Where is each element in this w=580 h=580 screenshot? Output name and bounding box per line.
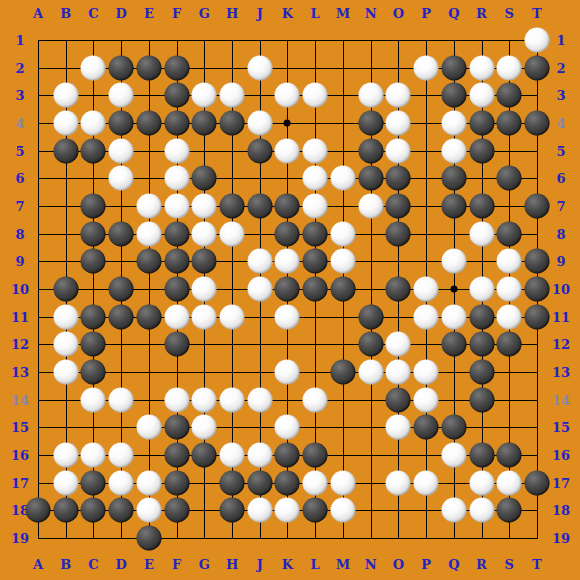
row-label-left: 16 (11, 448, 29, 463)
stone-black-K8 (275, 221, 300, 246)
stone-black-G4 (192, 111, 217, 136)
stone-black-C8 (81, 221, 106, 246)
stone-black-C13 (81, 360, 106, 385)
stone-black-L16 (303, 443, 328, 468)
stone-white-N7 (358, 194, 383, 219)
stone-black-F15 (164, 415, 189, 440)
row-label-right: 11 (552, 309, 570, 324)
row-label-right: 18 (552, 503, 570, 518)
stone-white-S17 (497, 470, 522, 495)
stone-black-F2 (164, 55, 189, 80)
stone-white-O13 (386, 360, 411, 385)
stone-white-O3 (386, 83, 411, 108)
stone-black-O14 (386, 387, 411, 412)
stone-white-B16 (53, 443, 78, 468)
stone-white-M6 (330, 166, 355, 191)
stone-black-S3 (497, 83, 522, 108)
stone-black-L8 (303, 221, 328, 246)
stone-white-C4 (81, 111, 106, 136)
column-label-top: P (421, 6, 431, 21)
stone-white-B11 (53, 304, 78, 329)
stone-white-R2 (469, 55, 494, 80)
row-label-right: 2 (556, 60, 565, 75)
stone-black-F18 (164, 498, 189, 523)
stone-black-F17 (164, 470, 189, 495)
stone-white-M9 (330, 249, 355, 274)
column-label-top: R (476, 6, 487, 21)
stone-black-O8 (386, 221, 411, 246)
stone-black-G16 (192, 443, 217, 468)
stone-white-R17 (469, 470, 494, 495)
stone-white-J9 (247, 249, 272, 274)
stone-white-S11 (497, 304, 522, 329)
stone-black-F9 (164, 249, 189, 274)
row-label-right: 10 (552, 282, 570, 297)
stone-white-E18 (136, 498, 161, 523)
stone-white-Q11 (441, 304, 466, 329)
column-label-top: J (257, 6, 263, 21)
row-label-right: 5 (556, 143, 565, 158)
column-label-bottom: K (282, 557, 293, 572)
stone-white-K3 (275, 83, 300, 108)
stone-white-G3 (192, 83, 217, 108)
stone-black-F12 (164, 332, 189, 357)
column-label-top: B (60, 6, 71, 21)
stone-white-J14 (247, 387, 272, 412)
stone-black-O10 (386, 277, 411, 302)
row-label-right: 12 (552, 337, 570, 352)
stone-black-S12 (497, 332, 522, 357)
stone-white-O15 (386, 415, 411, 440)
column-label-bottom: O (393, 557, 404, 572)
stone-black-H18 (220, 498, 245, 523)
stone-white-K11 (275, 304, 300, 329)
stone-white-F5 (164, 138, 189, 163)
stone-black-C12 (81, 332, 106, 357)
column-label-top: G (199, 6, 210, 21)
stone-white-G7 (192, 194, 217, 219)
stone-white-S9 (497, 249, 522, 274)
row-label-left: 10 (11, 282, 29, 297)
column-label-bottom: R (476, 557, 487, 572)
stone-white-S10 (497, 277, 522, 302)
stone-black-Q12 (441, 332, 466, 357)
stone-black-M13 (330, 360, 355, 385)
stone-black-L9 (303, 249, 328, 274)
column-label-top: O (393, 6, 404, 21)
stone-black-F3 (164, 83, 189, 108)
stone-white-E15 (136, 415, 161, 440)
stone-black-H4 (220, 111, 245, 136)
stone-white-P14 (414, 387, 439, 412)
stone-white-B4 (53, 111, 78, 136)
stone-white-J16 (247, 443, 272, 468)
stone-black-B10 (53, 277, 78, 302)
column-label-top: A (33, 6, 43, 21)
stone-white-P10 (414, 277, 439, 302)
row-label-left: 14 (11, 392, 29, 407)
stone-white-D5 (109, 138, 134, 163)
stone-black-T2 (524, 55, 549, 80)
column-label-bottom: J (257, 557, 263, 572)
stone-white-Q18 (441, 498, 466, 523)
stone-black-Q2 (441, 55, 466, 80)
stone-black-S18 (497, 498, 522, 523)
stone-white-S2 (497, 55, 522, 80)
go-board[interactable]: AABBCCDDEEFFGGHHJJKKLLMMNNOOPPQQRRSSTT11… (0, 0, 580, 580)
stone-white-L3 (303, 83, 328, 108)
column-label-bottom: F (172, 557, 181, 572)
stone-white-L7 (303, 194, 328, 219)
stone-black-L10 (303, 277, 328, 302)
stone-black-G6 (192, 166, 217, 191)
row-label-right: 8 (556, 226, 565, 241)
stone-black-C18 (81, 498, 106, 523)
stone-black-R5 (469, 138, 494, 163)
stone-black-Q6 (441, 166, 466, 191)
stone-black-C11 (81, 304, 106, 329)
stone-white-Q9 (441, 249, 466, 274)
stone-black-N11 (358, 304, 383, 329)
stone-white-N3 (358, 83, 383, 108)
row-label-left: 8 (15, 226, 24, 241)
stone-black-K17 (275, 470, 300, 495)
stone-white-J2 (247, 55, 272, 80)
stone-white-B13 (53, 360, 78, 385)
row-label-right: 13 (552, 365, 570, 380)
stone-white-H14 (220, 387, 245, 412)
stone-black-E19 (136, 526, 161, 551)
row-label-right: 1 (556, 33, 565, 48)
row-label-right: 16 (552, 448, 570, 463)
stone-black-L18 (303, 498, 328, 523)
row-label-right: 14 (552, 392, 570, 407)
stone-black-P15 (414, 415, 439, 440)
column-label-bottom: T (532, 557, 542, 572)
column-label-top: C (88, 6, 98, 21)
stone-white-G8 (192, 221, 217, 246)
column-label-bottom: Q (448, 557, 459, 572)
stone-white-F14 (164, 387, 189, 412)
row-label-left: 3 (15, 88, 24, 103)
stone-black-E9 (136, 249, 161, 274)
stone-black-K7 (275, 194, 300, 219)
stone-white-R8 (469, 221, 494, 246)
stone-black-C9 (81, 249, 106, 274)
stone-white-F11 (164, 304, 189, 329)
stone-black-F4 (164, 111, 189, 136)
stone-white-E8 (136, 221, 161, 246)
stone-black-E4 (136, 111, 161, 136)
stone-black-K16 (275, 443, 300, 468)
row-label-right: 9 (556, 254, 565, 269)
stone-black-F10 (164, 277, 189, 302)
stone-white-H16 (220, 443, 245, 468)
stone-black-N6 (358, 166, 383, 191)
stone-black-T4 (524, 111, 549, 136)
stone-white-G10 (192, 277, 217, 302)
stone-black-C5 (81, 138, 106, 163)
row-label-right: 4 (556, 116, 565, 131)
stone-white-J18 (247, 498, 272, 523)
column-label-top: F (172, 6, 181, 21)
stone-white-Q5 (441, 138, 466, 163)
stone-white-B3 (53, 83, 78, 108)
row-label-right: 7 (556, 199, 565, 214)
stone-black-R14 (469, 387, 494, 412)
column-label-top: K (282, 6, 293, 21)
stone-black-D2 (109, 55, 134, 80)
stone-white-Q16 (441, 443, 466, 468)
row-label-left: 7 (15, 199, 24, 214)
stone-white-T1 (524, 28, 549, 53)
stone-white-H11 (220, 304, 245, 329)
row-label-left: 19 (11, 531, 29, 546)
stone-black-T7 (524, 194, 549, 219)
column-label-top: N (365, 6, 377, 21)
stone-black-Q3 (441, 83, 466, 108)
row-label-left: 4 (15, 116, 24, 131)
column-label-bottom: L (311, 557, 320, 572)
stone-white-O17 (386, 470, 411, 495)
stone-white-O12 (386, 332, 411, 357)
stone-white-K5 (275, 138, 300, 163)
stone-white-G11 (192, 304, 217, 329)
grid-vline (38, 40, 39, 539)
stone-black-Q15 (441, 415, 466, 440)
stone-black-R4 (469, 111, 494, 136)
stone-white-E17 (136, 470, 161, 495)
stone-white-D14 (109, 387, 134, 412)
stone-white-C16 (81, 443, 106, 468)
stone-black-R11 (469, 304, 494, 329)
row-label-right: 6 (556, 171, 565, 186)
stone-black-D11 (109, 304, 134, 329)
column-label-bottom: E (144, 557, 154, 572)
column-label-top: H (226, 6, 238, 21)
stone-black-J7 (247, 194, 272, 219)
column-label-bottom: D (116, 557, 127, 572)
stone-white-P2 (414, 55, 439, 80)
stone-white-R3 (469, 83, 494, 108)
stone-white-L6 (303, 166, 328, 191)
stone-white-E7 (136, 194, 161, 219)
stone-black-D8 (109, 221, 134, 246)
column-label-bottom: G (199, 557, 210, 572)
column-label-bottom: M (336, 557, 350, 572)
row-label-left: 12 (11, 337, 29, 352)
stone-black-N12 (358, 332, 383, 357)
stone-black-R12 (469, 332, 494, 357)
stone-white-O4 (386, 111, 411, 136)
row-label-left: 5 (15, 143, 24, 158)
column-label-top: T (532, 6, 542, 21)
stone-black-E11 (136, 304, 161, 329)
stone-white-D6 (109, 166, 134, 191)
column-label-top: D (116, 6, 127, 21)
stone-white-M18 (330, 498, 355, 523)
stone-black-F16 (164, 443, 189, 468)
stone-white-F7 (164, 194, 189, 219)
column-label-top: Q (448, 6, 459, 21)
stone-black-N5 (358, 138, 383, 163)
stone-white-C14 (81, 387, 106, 412)
row-label-right: 3 (556, 88, 565, 103)
stone-white-M17 (330, 470, 355, 495)
stone-black-F8 (164, 221, 189, 246)
stone-white-J4 (247, 111, 272, 136)
column-label-top: L (311, 6, 320, 21)
stone-white-D3 (109, 83, 134, 108)
stone-black-A18 (26, 498, 51, 523)
stone-black-R7 (469, 194, 494, 219)
stone-white-G15 (192, 415, 217, 440)
row-label-left: 11 (11, 309, 29, 324)
stone-black-T10 (524, 277, 549, 302)
stone-black-H7 (220, 194, 245, 219)
stone-white-K18 (275, 498, 300, 523)
stone-white-P13 (414, 360, 439, 385)
stone-white-K9 (275, 249, 300, 274)
stone-white-J10 (247, 277, 272, 302)
row-label-left: 6 (15, 171, 24, 186)
column-label-top: M (336, 6, 350, 21)
stone-black-T9 (524, 249, 549, 274)
stone-black-D10 (109, 277, 134, 302)
stone-white-L14 (303, 387, 328, 412)
stone-white-C2 (81, 55, 106, 80)
stone-black-J5 (247, 138, 272, 163)
stone-white-O5 (386, 138, 411, 163)
row-label-left: 13 (11, 365, 29, 380)
column-label-bottom: A (33, 557, 43, 572)
row-label-right: 17 (552, 475, 570, 490)
stone-black-R13 (469, 360, 494, 385)
stone-black-T11 (524, 304, 549, 329)
row-label-right: 19 (552, 531, 570, 546)
stone-white-K15 (275, 415, 300, 440)
row-label-left: 15 (11, 420, 29, 435)
stone-black-B18 (53, 498, 78, 523)
stone-white-H3 (220, 83, 245, 108)
row-label-left: 9 (15, 254, 24, 269)
column-label-bottom: C (88, 557, 98, 572)
stone-white-F6 (164, 166, 189, 191)
stone-black-S4 (497, 111, 522, 136)
stone-black-G9 (192, 249, 217, 274)
stone-black-C17 (81, 470, 106, 495)
stone-black-O7 (386, 194, 411, 219)
column-label-top: S (505, 6, 514, 21)
stone-black-O6 (386, 166, 411, 191)
column-label-bottom: H (226, 557, 238, 572)
stone-white-B17 (53, 470, 78, 495)
stone-white-R10 (469, 277, 494, 302)
stone-white-M8 (330, 221, 355, 246)
stone-white-D17 (109, 470, 134, 495)
stone-white-B12 (53, 332, 78, 357)
stone-black-S16 (497, 443, 522, 468)
stone-white-G14 (192, 387, 217, 412)
stone-black-M10 (330, 277, 355, 302)
stone-white-P11 (414, 304, 439, 329)
stone-white-K13 (275, 360, 300, 385)
stone-black-C7 (81, 194, 106, 219)
stone-black-S6 (497, 166, 522, 191)
stone-white-R18 (469, 498, 494, 523)
stone-black-Q7 (441, 194, 466, 219)
star-point (450, 286, 457, 293)
stone-white-P17 (414, 470, 439, 495)
stone-black-D4 (109, 111, 134, 136)
stone-black-N4 (358, 111, 383, 136)
stone-black-B5 (53, 138, 78, 163)
column-label-bottom: P (421, 557, 431, 572)
column-label-bottom: B (60, 557, 71, 572)
stone-white-H8 (220, 221, 245, 246)
row-label-left: 2 (15, 60, 24, 75)
stone-black-T17 (524, 470, 549, 495)
stone-white-L5 (303, 138, 328, 163)
row-label-right: 15 (552, 420, 570, 435)
star-point (284, 120, 291, 127)
column-label-bottom: N (365, 557, 377, 572)
stone-white-N13 (358, 360, 383, 385)
stone-black-K10 (275, 277, 300, 302)
column-label-bottom: S (505, 557, 514, 572)
stone-black-E2 (136, 55, 161, 80)
stone-white-L17 (303, 470, 328, 495)
stone-white-D16 (109, 443, 134, 468)
stone-black-S8 (497, 221, 522, 246)
stone-black-R16 (469, 443, 494, 468)
stone-black-H17 (220, 470, 245, 495)
stone-black-J17 (247, 470, 272, 495)
stone-black-D18 (109, 498, 134, 523)
column-label-top: E (144, 6, 154, 21)
row-label-left: 17 (11, 475, 29, 490)
row-label-left: 1 (15, 33, 24, 48)
stone-white-Q4 (441, 111, 466, 136)
